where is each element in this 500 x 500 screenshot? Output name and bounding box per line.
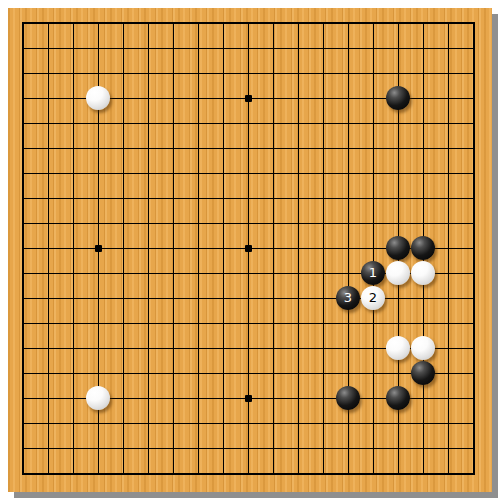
black-stone <box>411 236 435 260</box>
black-stone <box>336 386 360 410</box>
white-stone: 2 <box>361 286 385 310</box>
white-stone <box>386 336 410 360</box>
go-board: 132 <box>8 8 492 492</box>
black-stone: 3 <box>336 286 360 310</box>
black-stone <box>411 361 435 385</box>
white-stone <box>411 261 435 285</box>
white-stone <box>86 86 110 110</box>
black-stone <box>386 86 410 110</box>
star-point <box>245 245 252 252</box>
black-stone <box>386 236 410 260</box>
board-grid[interactable]: 132 <box>23 23 474 474</box>
white-stone <box>411 336 435 360</box>
white-stone <box>86 386 110 410</box>
black-stone <box>386 386 410 410</box>
star-point <box>95 245 102 252</box>
black-stone: 1 <box>361 261 385 285</box>
move-number-label: 1 <box>369 266 377 280</box>
move-number-label: 3 <box>344 291 352 305</box>
white-stone <box>386 261 410 285</box>
star-point <box>245 95 252 102</box>
page: { "game": "go", "board_size": 19, "color… <box>0 0 500 500</box>
move-number-label: 2 <box>369 291 377 305</box>
star-point <box>245 395 252 402</box>
